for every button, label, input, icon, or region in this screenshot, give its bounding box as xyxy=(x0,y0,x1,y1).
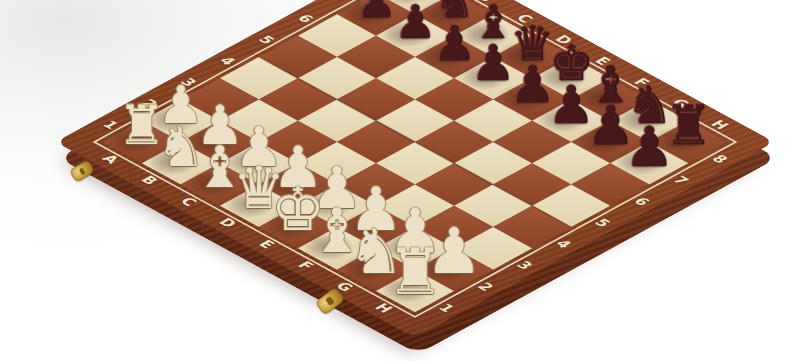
piece-black-rook-a8: ♜ xyxy=(392,0,438,3)
board-top-face: 87654321 87654321 ABCDEFGH ABCDEFGH ♜♞♝♛… xyxy=(55,0,775,338)
piece-black-pawn-a7: ♟ xyxy=(353,0,399,24)
board-field: ♜♞♝♛♚♝♞♜♟♟♟♟♟♟♟♟♟♟♟♟♟♟♟♟♜♞♝♛♚♝♞♜ xyxy=(103,0,728,312)
piece-black-knight-b8: ♞ xyxy=(431,0,477,24)
product-photo-stage: 87654321 87654321 ABCDEFGH ABCDEFGH ♜♞♝♛… xyxy=(0,0,800,361)
